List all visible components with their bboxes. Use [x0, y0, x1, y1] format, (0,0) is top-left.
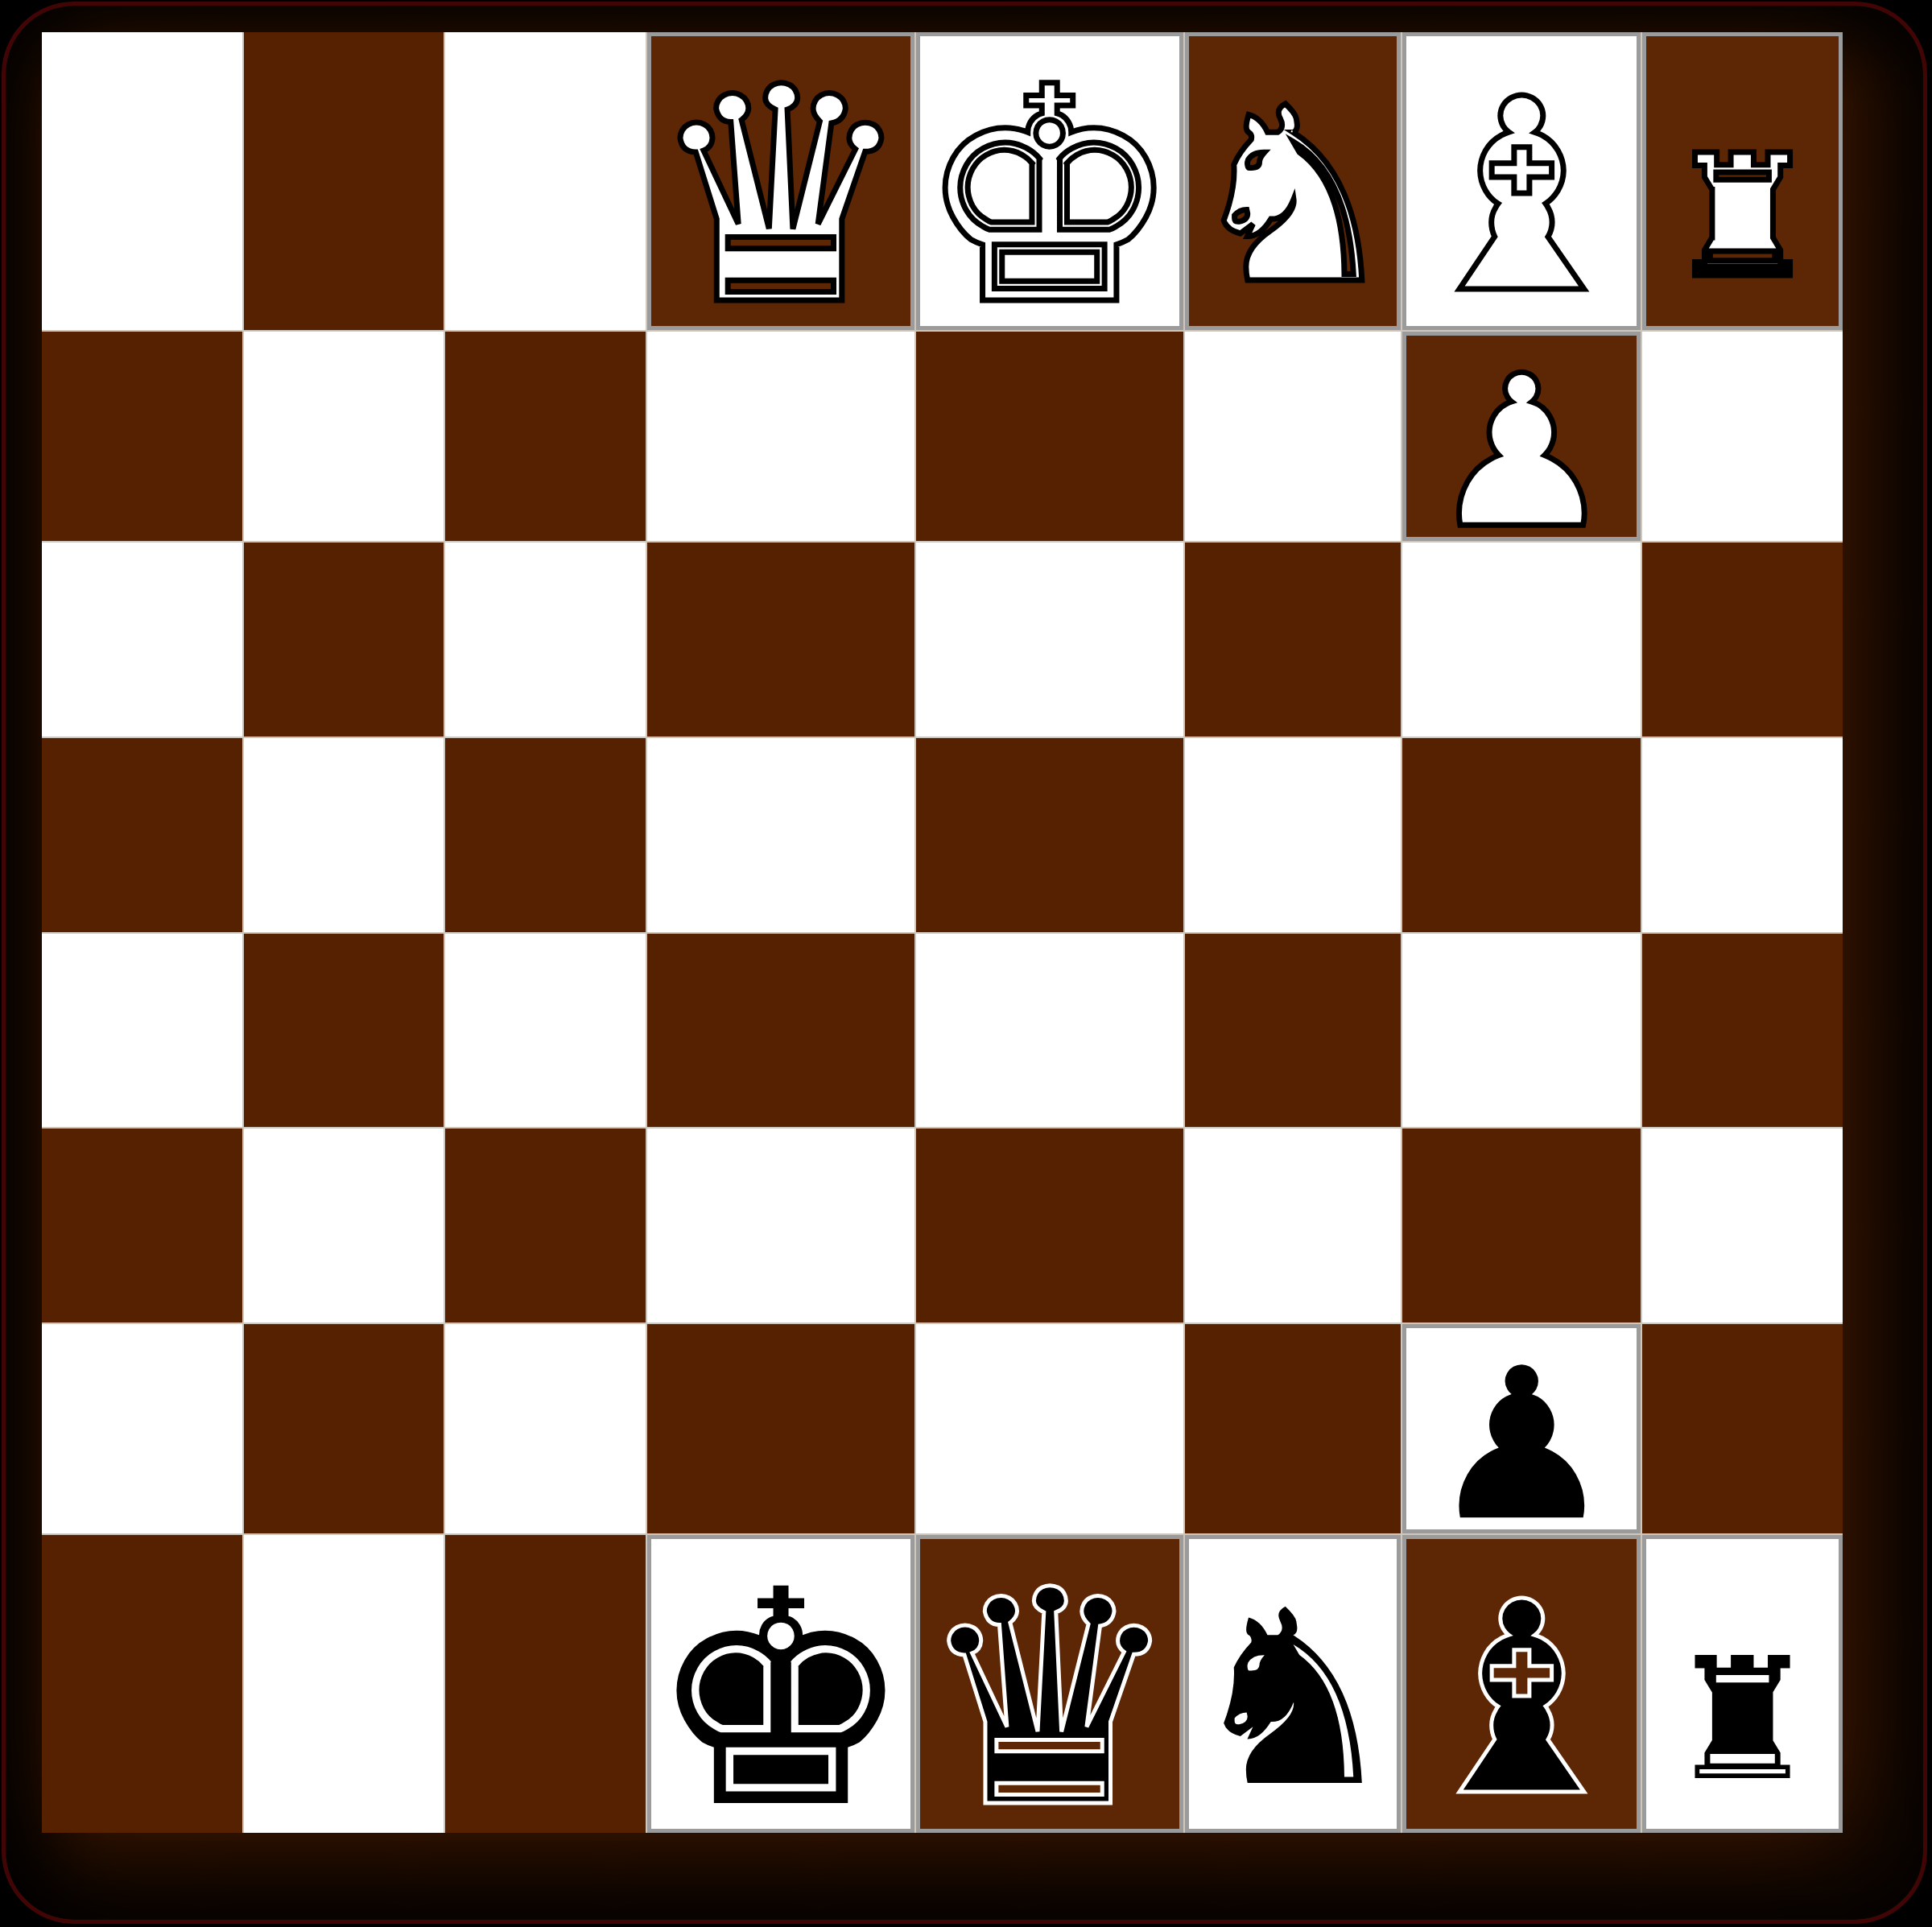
square-c2[interactable] [445, 1324, 646, 1533]
square-e2[interactable] [916, 1324, 1183, 1533]
white-bishop[interactable]: ♝ [1402, 64, 1641, 330]
square-e4[interactable] [916, 934, 1183, 1128]
white-king[interactable]: ♚ [916, 48, 1183, 346]
square-c4[interactable] [445, 934, 646, 1128]
square-g7[interactable]: ♟ [1402, 332, 1641, 541]
square-h2[interactable] [1642, 1324, 1843, 1533]
square-a3[interactable] [42, 1129, 242, 1322]
square-a6[interactable] [42, 543, 242, 737]
square-d1[interactable]: ♚ [647, 1535, 914, 1833]
square-f5[interactable] [1185, 738, 1402, 932]
white-rook[interactable]: ♜ [1667, 133, 1818, 302]
square-h4[interactable] [1642, 934, 1843, 1128]
black-bishop[interactable]: ♝ [1402, 1567, 1641, 1833]
square-d8[interactable]: ♛ [647, 32, 914, 330]
white-pawn[interactable]: ♟ [1428, 348, 1616, 557]
square-c5[interactable] [445, 738, 646, 932]
square-f8[interactable]: ♞ [1185, 32, 1402, 330]
square-h5[interactable] [1642, 738, 1843, 932]
square-f2[interactable] [1185, 1324, 1402, 1533]
square-f3[interactable] [1185, 1129, 1402, 1322]
square-f7[interactable] [1185, 332, 1402, 541]
square-h6[interactable] [1642, 543, 1843, 737]
black-knight[interactable]: ♞ [1185, 1579, 1402, 1821]
square-b6[interactable] [244, 543, 444, 737]
square-h7[interactable] [1642, 332, 1843, 541]
square-g2[interactable]: ♟ [1402, 1324, 1641, 1533]
square-c7[interactable] [445, 332, 646, 541]
square-e3[interactable] [916, 1129, 1183, 1322]
square-g6[interactable] [1402, 543, 1641, 737]
square-f1[interactable]: ♞ [1185, 1535, 1402, 1833]
square-g8[interactable]: ♝ [1402, 32, 1641, 330]
square-a7[interactable] [42, 332, 242, 541]
square-e5[interactable] [916, 738, 1183, 932]
square-b2[interactable] [244, 1324, 444, 1533]
square-f6[interactable] [1185, 543, 1402, 737]
square-c6[interactable] [445, 543, 646, 737]
square-e8[interactable]: ♚ [916, 32, 1183, 330]
square-a1[interactable] [42, 1535, 242, 1833]
square-e7[interactable] [916, 332, 1183, 541]
square-a5[interactable] [42, 738, 242, 932]
black-queen[interactable]: ♛ [916, 1551, 1183, 1849]
square-e6[interactable] [916, 543, 1183, 737]
square-d5[interactable] [647, 738, 914, 932]
square-a8[interactable] [42, 32, 242, 330]
square-c1[interactable] [445, 1535, 646, 1833]
square-d6[interactable] [647, 543, 914, 737]
black-pawn[interactable]: ♟ [1428, 1340, 1616, 1549]
square-b3[interactable] [244, 1129, 444, 1322]
square-g3[interactable] [1402, 1129, 1641, 1322]
square-d7[interactable] [647, 332, 914, 541]
board-grid: ♛♚♞♝♜♟♟♚♛♞♝♜ [42, 32, 1843, 1833]
square-b5[interactable] [244, 738, 444, 932]
square-b7[interactable] [244, 332, 444, 541]
square-d3[interactable] [647, 1129, 914, 1322]
black-rook[interactable]: ♜ [1667, 1636, 1818, 1805]
square-a4[interactable] [42, 934, 242, 1128]
square-b1[interactable] [244, 1535, 444, 1833]
square-h8[interactable]: ♜ [1642, 32, 1843, 330]
square-g5[interactable] [1402, 738, 1641, 932]
square-f4[interactable] [1185, 934, 1402, 1128]
square-h3[interactable] [1642, 1129, 1843, 1322]
square-b4[interactable] [244, 934, 444, 1128]
white-queen[interactable]: ♛ [647, 48, 914, 346]
chess-board-frame: ♛♚♞♝♜♟♟♚♛♞♝♜ [2, 2, 1927, 1924]
square-c3[interactable] [445, 1129, 646, 1322]
black-king[interactable]: ♚ [647, 1551, 914, 1849]
square-h1[interactable]: ♜ [1642, 1535, 1843, 1833]
square-a2[interactable] [42, 1324, 242, 1533]
white-knight[interactable]: ♞ [1185, 76, 1402, 318]
square-g1[interactable]: ♝ [1402, 1535, 1641, 1833]
square-d2[interactable] [647, 1324, 914, 1533]
square-g4[interactable] [1402, 934, 1641, 1128]
square-c8[interactable] [445, 32, 646, 330]
square-b8[interactable] [244, 32, 444, 330]
square-d4[interactable] [647, 934, 914, 1128]
square-e1[interactable]: ♛ [916, 1535, 1183, 1833]
